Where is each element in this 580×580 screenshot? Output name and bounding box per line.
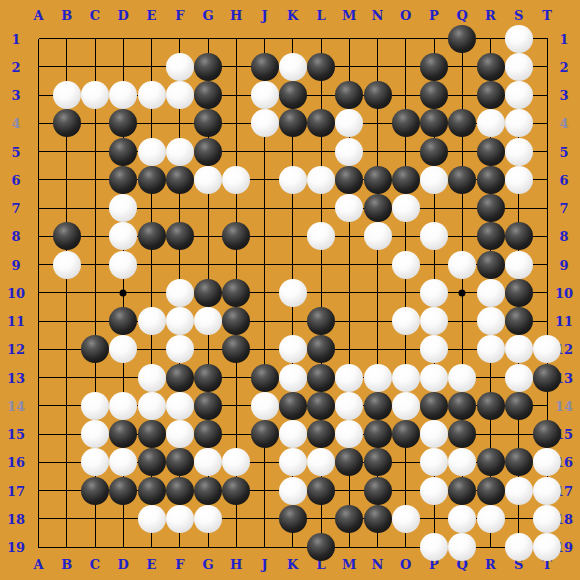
row-label-left-5: 5 xyxy=(11,144,20,159)
col-label-top-p: P xyxy=(429,8,439,23)
stone-p19-white[interactable] xyxy=(420,533,448,561)
col-label-bottom-r: R xyxy=(485,557,496,572)
stone-k18-black[interactable] xyxy=(279,505,307,533)
stone-k15-white[interactable] xyxy=(279,420,307,448)
stone-j14-white[interactable] xyxy=(251,392,279,420)
stone-h17-black[interactable] xyxy=(222,477,250,505)
row-label-left-12: 12 xyxy=(7,342,25,357)
stone-g18-white[interactable] xyxy=(194,505,222,533)
row-label-right-1: 1 xyxy=(559,31,568,46)
stone-c3-white[interactable] xyxy=(81,81,109,109)
stone-c15-white[interactable] xyxy=(81,420,109,448)
stone-f10-white[interactable] xyxy=(166,279,194,307)
col-label-bottom-a: A xyxy=(33,557,43,572)
col-label-top-j: J xyxy=(261,8,267,23)
stone-p4-black[interactable] xyxy=(420,109,448,137)
stone-e3-white[interactable] xyxy=(138,81,166,109)
row-label-right-6: 6 xyxy=(559,172,568,187)
stone-g3-black[interactable] xyxy=(194,81,222,109)
stone-l4-black[interactable] xyxy=(307,109,335,137)
stone-o13-white[interactable] xyxy=(392,364,420,392)
col-label-top-q: Q xyxy=(457,8,468,23)
stone-h11-black[interactable] xyxy=(222,307,250,335)
stone-q6-black[interactable] xyxy=(448,166,476,194)
stone-o18-white[interactable] xyxy=(392,505,420,533)
stone-r4-white[interactable] xyxy=(477,109,505,137)
stone-q16-white[interactable] xyxy=(448,448,476,476)
stone-e5-white[interactable] xyxy=(138,138,166,166)
stone-k16-white[interactable] xyxy=(279,448,307,476)
stone-h6-white[interactable] xyxy=(222,166,250,194)
col-label-bottom-h: H xyxy=(230,557,242,572)
stone-t18-white[interactable] xyxy=(533,505,561,533)
stone-l17-black[interactable] xyxy=(307,477,335,505)
row-label-left-13: 13 xyxy=(7,370,25,385)
stone-g4-black[interactable] xyxy=(194,109,222,137)
row-label-right-9: 9 xyxy=(559,257,568,272)
row-label-left-14: 14 xyxy=(7,398,25,413)
col-label-top-e: E xyxy=(147,8,157,23)
stone-s14-black[interactable] xyxy=(505,392,533,420)
stone-q19-white[interactable] xyxy=(448,533,476,561)
stone-g16-white[interactable] xyxy=(194,448,222,476)
stone-k13-white[interactable] xyxy=(279,364,307,392)
stone-j2-black[interactable] xyxy=(251,53,279,81)
stone-d9-white[interactable] xyxy=(109,251,137,279)
stone-r18-white[interactable] xyxy=(477,505,505,533)
stone-q17-black[interactable] xyxy=(448,477,476,505)
stone-m14-white[interactable] xyxy=(335,392,363,420)
stone-q15-black[interactable] xyxy=(448,420,476,448)
stone-p5-black[interactable] xyxy=(420,138,448,166)
stone-f8-black[interactable] xyxy=(166,222,194,250)
col-label-bottom-m: M xyxy=(342,557,356,572)
col-label-top-l: L xyxy=(316,8,325,23)
col-label-top-n: N xyxy=(372,8,384,23)
stone-r14-black[interactable] xyxy=(477,392,505,420)
stone-e14-white[interactable] xyxy=(138,392,166,420)
stone-s3-white[interactable] xyxy=(505,81,533,109)
stone-p2-black[interactable] xyxy=(420,53,448,81)
stone-t12-white[interactable] xyxy=(533,335,561,363)
stone-o9-white[interactable] xyxy=(392,251,420,279)
stone-k3-black[interactable] xyxy=(279,81,307,109)
stone-s9-white[interactable] xyxy=(505,251,533,279)
stone-b9-white[interactable] xyxy=(53,251,81,279)
stone-d8-white[interactable] xyxy=(109,222,137,250)
stone-d6-black[interactable] xyxy=(109,166,137,194)
stone-r16-black[interactable] xyxy=(477,448,505,476)
stone-r5-black[interactable] xyxy=(477,138,505,166)
stone-c16-white[interactable] xyxy=(81,448,109,476)
col-label-top-b: B xyxy=(61,8,72,23)
stone-n8-white[interactable] xyxy=(364,222,392,250)
col-label-bottom-n: N xyxy=(372,557,384,572)
stone-e17-black[interactable] xyxy=(138,477,166,505)
row-label-right-8: 8 xyxy=(559,229,568,244)
stone-r3-black[interactable] xyxy=(477,81,505,109)
row-label-right-3: 3 xyxy=(559,88,568,103)
stone-f12-white[interactable] xyxy=(166,335,194,363)
stone-r6-black[interactable] xyxy=(477,166,505,194)
stone-j4-white[interactable] xyxy=(251,109,279,137)
stone-h8-black[interactable] xyxy=(222,222,250,250)
stone-n15-black[interactable] xyxy=(364,420,392,448)
col-label-bottom-e: E xyxy=(147,557,157,572)
col-label-top-c: C xyxy=(90,8,100,23)
stone-j13-black[interactable] xyxy=(251,364,279,392)
stone-f11-white[interactable] xyxy=(166,307,194,335)
col-label-bottom-d: D xyxy=(118,557,129,572)
row-label-right-10: 10 xyxy=(555,285,573,300)
stone-r17-black[interactable] xyxy=(477,477,505,505)
stone-f13-black[interactable] xyxy=(166,364,194,392)
stone-s17-white[interactable] xyxy=(505,477,533,505)
col-label-bottom-c: C xyxy=(90,557,100,572)
col-label-bottom-f: F xyxy=(175,557,184,572)
stone-h10-black[interactable] xyxy=(222,279,250,307)
stone-t16-white[interactable] xyxy=(533,448,561,476)
stone-g10-black[interactable] xyxy=(194,279,222,307)
row-label-left-19: 19 xyxy=(7,540,25,555)
col-label-bottom-o: O xyxy=(400,557,411,572)
stone-s2-white[interactable] xyxy=(505,53,533,81)
stone-m6-black[interactable] xyxy=(335,166,363,194)
row-label-right-14: 14 xyxy=(555,398,573,413)
stone-n7-black[interactable] xyxy=(364,194,392,222)
stone-r7-black[interactable] xyxy=(477,194,505,222)
stone-n6-black[interactable] xyxy=(364,166,392,194)
grid-line-vertical xyxy=(38,39,39,549)
stone-j15-black[interactable] xyxy=(251,420,279,448)
row-label-left-7: 7 xyxy=(11,201,20,216)
stone-o15-black[interactable] xyxy=(392,420,420,448)
stone-m4-white[interactable] xyxy=(335,109,363,137)
stone-l16-white[interactable] xyxy=(307,448,335,476)
stone-r10-white[interactable] xyxy=(477,279,505,307)
row-label-left-11: 11 xyxy=(7,314,25,329)
stone-d3-white[interactable] xyxy=(109,81,137,109)
stone-g5-black[interactable] xyxy=(194,138,222,166)
row-label-left-1: 1 xyxy=(11,31,20,46)
stone-g15-black[interactable] xyxy=(194,420,222,448)
stone-s4-white[interactable] xyxy=(505,109,533,137)
stone-g17-black[interactable] xyxy=(194,477,222,505)
col-label-top-r: R xyxy=(485,8,496,23)
stone-f6-black[interactable] xyxy=(166,166,194,194)
stone-e16-black[interactable] xyxy=(138,448,166,476)
stone-p13-white[interactable] xyxy=(420,364,448,392)
stone-d16-white[interactable] xyxy=(109,448,137,476)
stone-s19-white[interactable] xyxy=(505,533,533,561)
stone-f15-white[interactable] xyxy=(166,420,194,448)
stone-f3-white[interactable] xyxy=(166,81,194,109)
stone-b8-black[interactable] xyxy=(53,222,81,250)
row-label-left-4: 4 xyxy=(11,116,20,131)
stone-d12-white[interactable] xyxy=(109,335,137,363)
col-label-top-m: M xyxy=(342,8,356,23)
stone-l14-black[interactable] xyxy=(307,392,335,420)
stone-r12-white[interactable] xyxy=(477,335,505,363)
stone-s5-white[interactable] xyxy=(505,138,533,166)
stone-k12-white[interactable] xyxy=(279,335,307,363)
stone-d17-black[interactable] xyxy=(109,477,137,505)
row-label-left-8: 8 xyxy=(11,229,20,244)
stone-m15-white[interactable] xyxy=(335,420,363,448)
stone-s12-white[interactable] xyxy=(505,335,533,363)
row-label-left-9: 9 xyxy=(11,257,20,272)
stone-g2-black[interactable] xyxy=(194,53,222,81)
stone-c12-black[interactable] xyxy=(81,335,109,363)
col-label-top-d: D xyxy=(118,8,129,23)
stone-p11-white[interactable] xyxy=(420,307,448,335)
stone-o4-black[interactable] xyxy=(392,109,420,137)
row-label-left-16: 16 xyxy=(7,455,25,470)
star-point-q10 xyxy=(459,289,466,296)
col-label-top-a: A xyxy=(33,8,43,23)
col-label-top-o: O xyxy=(400,8,411,23)
stone-q1-black[interactable] xyxy=(448,25,476,53)
row-label-left-3: 3 xyxy=(11,88,20,103)
stone-m7-white[interactable] xyxy=(335,194,363,222)
stone-o14-white[interactable] xyxy=(392,392,420,420)
stone-k14-black[interactable] xyxy=(279,392,307,420)
stone-p14-black[interactable] xyxy=(420,392,448,420)
stone-r11-white[interactable] xyxy=(477,307,505,335)
stone-m18-black[interactable] xyxy=(335,505,363,533)
row-label-right-5: 5 xyxy=(559,144,568,159)
row-label-left-18: 18 xyxy=(7,511,25,526)
stone-l6-white[interactable] xyxy=(307,166,335,194)
stone-g13-black[interactable] xyxy=(194,364,222,392)
stone-c14-white[interactable] xyxy=(81,392,109,420)
stone-h16-white[interactable] xyxy=(222,448,250,476)
stone-n14-black[interactable] xyxy=(364,392,392,420)
stone-f5-white[interactable] xyxy=(166,138,194,166)
stone-h12-black[interactable] xyxy=(222,335,250,363)
stone-t19-white[interactable] xyxy=(533,533,561,561)
stone-f16-black[interactable] xyxy=(166,448,194,476)
stone-e8-black[interactable] xyxy=(138,222,166,250)
stone-c17-black[interactable] xyxy=(81,477,109,505)
col-label-top-g: G xyxy=(202,8,213,23)
stone-o11-white[interactable] xyxy=(392,307,420,335)
stone-d14-white[interactable] xyxy=(109,392,137,420)
stone-q14-black[interactable] xyxy=(448,392,476,420)
stone-e15-black[interactable] xyxy=(138,420,166,448)
stone-s13-white[interactable] xyxy=(505,364,533,392)
stone-n13-white[interactable] xyxy=(364,364,392,392)
star-point-d10 xyxy=(120,289,127,296)
stone-q9-white[interactable] xyxy=(448,251,476,279)
col-label-top-t: T xyxy=(542,8,552,23)
stone-m5-white[interactable] xyxy=(335,138,363,166)
stone-k10-white[interactable] xyxy=(279,279,307,307)
stone-s16-black[interactable] xyxy=(505,448,533,476)
stone-p16-white[interactable] xyxy=(420,448,448,476)
stone-l12-black[interactable] xyxy=(307,335,335,363)
row-label-right-4: 4 xyxy=(559,116,568,131)
col-label-top-h: H xyxy=(230,8,242,23)
col-label-bottom-j: J xyxy=(261,557,267,572)
stone-m3-black[interactable] xyxy=(335,81,363,109)
stone-q18-white[interactable] xyxy=(448,505,476,533)
stone-p6-white[interactable] xyxy=(420,166,448,194)
stone-s1-white[interactable] xyxy=(505,25,533,53)
stone-f18-white[interactable] xyxy=(166,505,194,533)
col-label-top-k: K xyxy=(287,8,298,23)
stone-k4-black[interactable] xyxy=(279,109,307,137)
stone-f2-white[interactable] xyxy=(166,53,194,81)
stone-n18-black[interactable] xyxy=(364,505,392,533)
stone-e11-white[interactable] xyxy=(138,307,166,335)
stone-r8-black[interactable] xyxy=(477,222,505,250)
stone-k17-white[interactable] xyxy=(279,477,307,505)
stone-d11-black[interactable] xyxy=(109,307,137,335)
stone-q13-white[interactable] xyxy=(448,364,476,392)
col-label-bottom-k: K xyxy=(287,557,298,572)
stone-g11-white[interactable] xyxy=(194,307,222,335)
stone-d5-black[interactable] xyxy=(109,138,137,166)
stone-p3-black[interactable] xyxy=(420,81,448,109)
row-label-right-7: 7 xyxy=(559,201,568,216)
stone-d7-white[interactable] xyxy=(109,194,137,222)
stone-p12-white[interactable] xyxy=(420,335,448,363)
stone-n17-black[interactable] xyxy=(364,477,392,505)
stone-b3-white[interactable] xyxy=(53,81,81,109)
row-label-right-11: 11 xyxy=(555,314,573,329)
stone-s8-black[interactable] xyxy=(505,222,533,250)
stone-e13-white[interactable] xyxy=(138,364,166,392)
stone-s11-black[interactable] xyxy=(505,307,533,335)
col-label-bottom-b: B xyxy=(61,557,72,572)
stone-g14-black[interactable] xyxy=(194,392,222,420)
go-board[interactable]: AABBCCDDEEFFGGHHJJKKLLMMNNOOPPQQRRSSTT11… xyxy=(0,0,580,580)
stone-l13-black[interactable] xyxy=(307,364,335,392)
stone-p10-white[interactable] xyxy=(420,279,448,307)
stone-o6-black[interactable] xyxy=(392,166,420,194)
row-label-left-17: 17 xyxy=(7,483,25,498)
col-label-top-f: F xyxy=(175,8,184,23)
stone-j3-white[interactable] xyxy=(251,81,279,109)
stone-t13-black[interactable] xyxy=(533,364,561,392)
stone-m16-black[interactable] xyxy=(335,448,363,476)
stone-r2-black[interactable] xyxy=(477,53,505,81)
stone-l15-black[interactable] xyxy=(307,420,335,448)
col-label-bottom-g: G xyxy=(202,557,213,572)
stone-l19-black[interactable] xyxy=(307,533,335,561)
stone-e18-white[interactable] xyxy=(138,505,166,533)
stone-t15-black[interactable] xyxy=(533,420,561,448)
stone-k2-white[interactable] xyxy=(279,53,307,81)
stone-l8-white[interactable] xyxy=(307,222,335,250)
stone-o7-white[interactable] xyxy=(392,194,420,222)
row-label-left-10: 10 xyxy=(7,285,25,300)
stone-n16-black[interactable] xyxy=(364,448,392,476)
col-label-top-s: S xyxy=(514,8,523,23)
row-label-left-2: 2 xyxy=(11,59,20,74)
stone-q4-black[interactable] xyxy=(448,109,476,137)
stone-r9-black[interactable] xyxy=(477,251,505,279)
row-label-left-6: 6 xyxy=(11,172,20,187)
stone-p17-white[interactable] xyxy=(420,477,448,505)
stone-t17-white[interactable] xyxy=(533,477,561,505)
row-label-left-15: 15 xyxy=(7,427,25,442)
stone-f17-black[interactable] xyxy=(166,477,194,505)
stone-g6-white[interactable] xyxy=(194,166,222,194)
stone-d4-black[interactable] xyxy=(109,109,137,137)
stone-e6-black[interactable] xyxy=(138,166,166,194)
stone-f14-white[interactable] xyxy=(166,392,194,420)
stone-s6-white[interactable] xyxy=(505,166,533,194)
stone-n3-black[interactable] xyxy=(364,81,392,109)
stone-d15-black[interactable] xyxy=(109,420,137,448)
stone-p15-white[interactable] xyxy=(420,420,448,448)
stone-b4-black[interactable] xyxy=(53,109,81,137)
stone-k6-white[interactable] xyxy=(279,166,307,194)
stone-m13-white[interactable] xyxy=(335,364,363,392)
stone-l2-black[interactable] xyxy=(307,53,335,81)
stone-p8-white[interactable] xyxy=(420,222,448,250)
row-label-right-2: 2 xyxy=(559,59,568,74)
stone-l11-black[interactable] xyxy=(307,307,335,335)
stone-s10-black[interactable] xyxy=(505,279,533,307)
